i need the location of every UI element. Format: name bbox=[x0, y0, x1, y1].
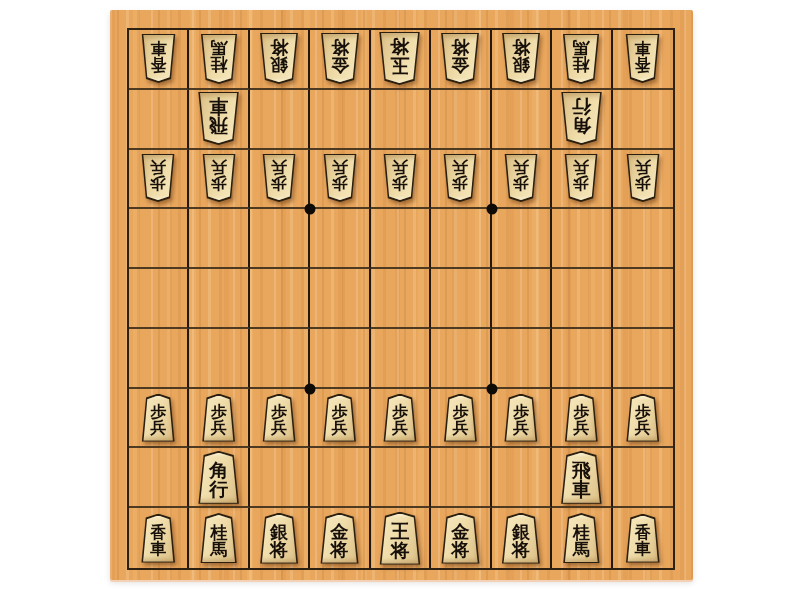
shogi-board: 香車桂馬銀将金将玉将金将銀将桂馬香車飛車角行歩兵歩兵歩兵歩兵歩兵歩兵歩兵歩兵歩兵… bbox=[110, 10, 693, 580]
piece-sente-gold[interactable]: 金将 bbox=[438, 513, 482, 564]
board-cell[interactable] bbox=[129, 269, 189, 329]
piece-sente-pawn[interactable]: 歩兵 bbox=[200, 394, 238, 442]
board-cell[interactable]: 飛車 bbox=[552, 448, 612, 508]
koma-kanji: 飛車 bbox=[558, 451, 605, 504]
board-cell[interactable] bbox=[552, 269, 612, 329]
koma-shape: 銀将 bbox=[499, 33, 543, 84]
piece-sente-pawn[interactable]: 歩兵 bbox=[260, 394, 298, 442]
koma-kanji: 玉将 bbox=[376, 32, 423, 85]
board-cell[interactable] bbox=[613, 329, 673, 389]
board-cell[interactable]: 歩兵 bbox=[250, 150, 310, 210]
piece-gote-pawn[interactable]: 歩兵 bbox=[381, 154, 419, 202]
koma-shape: 金将 bbox=[438, 513, 482, 564]
board-cell[interactable] bbox=[552, 329, 612, 389]
board-cell[interactable] bbox=[492, 90, 552, 150]
piece-gote-pawn[interactable]: 歩兵 bbox=[502, 154, 540, 202]
koma-kanji: 金将 bbox=[318, 33, 362, 84]
koma-shape: 飛車 bbox=[558, 451, 605, 504]
board-cell[interactable]: 金将 bbox=[310, 30, 370, 90]
board-cell[interactable]: 歩兵 bbox=[310, 389, 370, 449]
board-cell[interactable]: 角行 bbox=[189, 448, 249, 508]
board-cell[interactable]: 歩兵 bbox=[189, 389, 249, 449]
board-cell[interactable]: 歩兵 bbox=[189, 150, 249, 210]
koma-kanji: 銀将 bbox=[499, 33, 543, 84]
piece-sente-pawn[interactable]: 歩兵 bbox=[381, 394, 419, 442]
piece-sente-lance[interactable]: 香車 bbox=[139, 514, 178, 563]
page-background: 香車桂馬銀将金将玉将金将銀将桂馬香車飛車角行歩兵歩兵歩兵歩兵歩兵歩兵歩兵歩兵歩兵… bbox=[0, 0, 800, 600]
piece-gote-bishop[interactable]: 角行 bbox=[558, 92, 605, 145]
board-cell[interactable]: 桂馬 bbox=[552, 30, 612, 90]
board-cell[interactable]: 飛車 bbox=[189, 90, 249, 150]
piece-sente-pawn[interactable]: 歩兵 bbox=[562, 394, 600, 442]
board-cell[interactable] bbox=[492, 269, 552, 329]
board-cell[interactable]: 王将 bbox=[371, 508, 431, 568]
board-cell[interactable]: 歩兵 bbox=[250, 389, 310, 449]
piece-sente-knight[interactable]: 桂馬 bbox=[198, 513, 240, 563]
star-point bbox=[486, 204, 497, 215]
board-cell[interactable] bbox=[310, 448, 370, 508]
koma-shape: 歩兵 bbox=[260, 154, 298, 202]
board-cell[interactable] bbox=[189, 269, 249, 329]
board-cell[interactable] bbox=[189, 329, 249, 389]
piece-sente-pawn[interactable]: 歩兵 bbox=[502, 394, 540, 442]
board-cell[interactable] bbox=[129, 448, 189, 508]
koma-kanji: 歩兵 bbox=[260, 154, 298, 202]
piece-sente-knight[interactable]: 桂馬 bbox=[560, 513, 602, 563]
piece-gote-pawn[interactable]: 歩兵 bbox=[200, 154, 238, 202]
koma-shape: 桂馬 bbox=[198, 513, 240, 563]
board-cell[interactable]: 銀将 bbox=[492, 30, 552, 90]
koma-shape: 香車 bbox=[623, 514, 662, 563]
board-cell[interactable] bbox=[371, 269, 431, 329]
piece-gote-knight[interactable]: 桂馬 bbox=[198, 34, 240, 84]
board-cell[interactable]: 銀将 bbox=[492, 508, 552, 568]
board-grid: 香車桂馬銀将金将玉将金将銀将桂馬香車飛車角行歩兵歩兵歩兵歩兵歩兵歩兵歩兵歩兵歩兵… bbox=[127, 28, 675, 570]
board-cell[interactable] bbox=[310, 209, 370, 269]
koma-shape: 歩兵 bbox=[441, 154, 479, 202]
board-cell[interactable] bbox=[250, 269, 310, 329]
board-cell[interactable]: 歩兵 bbox=[492, 389, 552, 449]
star-point bbox=[486, 383, 497, 394]
board-cell[interactable]: 歩兵 bbox=[129, 389, 189, 449]
koma-kanji: 香車 bbox=[623, 34, 662, 83]
piece-gote-pawn[interactable]: 歩兵 bbox=[441, 154, 479, 202]
board-cell[interactable] bbox=[431, 329, 491, 389]
koma-shape: 歩兵 bbox=[260, 394, 298, 442]
board-cell[interactable]: 歩兵 bbox=[431, 389, 491, 449]
koma-kanji: 歩兵 bbox=[562, 394, 600, 442]
board-cell[interactable]: 銀将 bbox=[250, 30, 310, 90]
board-cell[interactable] bbox=[371, 329, 431, 389]
board-cell[interactable] bbox=[492, 329, 552, 389]
koma-shape: 歩兵 bbox=[200, 394, 238, 442]
piece-sente-rook[interactable]: 飛車 bbox=[558, 451, 605, 504]
koma-shape: 銀将 bbox=[257, 513, 301, 564]
star-point bbox=[305, 204, 316, 215]
board-cell[interactable]: 桂馬 bbox=[189, 508, 249, 568]
koma-kanji: 金将 bbox=[318, 513, 362, 564]
koma-kanji: 歩兵 bbox=[321, 394, 359, 442]
koma-shape: 桂馬 bbox=[560, 34, 602, 84]
koma-kanji: 歩兵 bbox=[562, 154, 600, 202]
board-cell[interactable] bbox=[250, 329, 310, 389]
koma-kanji: 銀将 bbox=[499, 513, 543, 564]
koma-shape: 銀将 bbox=[257, 33, 301, 84]
koma-shape: 王将 bbox=[376, 512, 423, 565]
board-cell[interactable]: 歩兵 bbox=[552, 389, 612, 449]
koma-kanji: 歩兵 bbox=[321, 154, 359, 202]
board-cell[interactable] bbox=[250, 448, 310, 508]
board-cell[interactable]: 金将 bbox=[310, 508, 370, 568]
board-cell[interactable] bbox=[371, 209, 431, 269]
board-cell[interactable] bbox=[431, 90, 491, 150]
board-cell[interactable]: 香車 bbox=[613, 508, 673, 568]
koma-kanji: 飛車 bbox=[195, 92, 242, 145]
koma-kanji: 金将 bbox=[438, 513, 482, 564]
koma-shape: 歩兵 bbox=[502, 394, 540, 442]
board-cell[interactable] bbox=[431, 269, 491, 329]
piece-sente-pawn[interactable]: 歩兵 bbox=[441, 394, 479, 442]
board-cell[interactable] bbox=[310, 269, 370, 329]
piece-sente-gold[interactable]: 金将 bbox=[318, 513, 362, 564]
board-cell[interactable] bbox=[250, 90, 310, 150]
koma-kanji: 歩兵 bbox=[200, 154, 238, 202]
koma-kanji: 歩兵 bbox=[381, 154, 419, 202]
board-cell[interactable] bbox=[250, 209, 310, 269]
board-cell[interactable]: 香車 bbox=[129, 508, 189, 568]
board-cell[interactable]: 金将 bbox=[431, 508, 491, 568]
koma-shape: 歩兵 bbox=[624, 394, 662, 442]
piece-sente-pawn[interactable]: 歩兵 bbox=[321, 394, 359, 442]
board-cell[interactable]: 歩兵 bbox=[371, 150, 431, 210]
piece-gote-pawn[interactable]: 歩兵 bbox=[624, 154, 662, 202]
piece-sente-king[interactable]: 王将 bbox=[376, 512, 423, 565]
koma-shape: 歩兵 bbox=[139, 394, 177, 442]
koma-kanji: 歩兵 bbox=[441, 154, 479, 202]
board-cell[interactable] bbox=[371, 90, 431, 150]
koma-kanji: 歩兵 bbox=[260, 394, 298, 442]
board-cell[interactable] bbox=[129, 90, 189, 150]
koma-kanji: 歩兵 bbox=[441, 394, 479, 442]
piece-gote-silver[interactable]: 銀将 bbox=[499, 33, 543, 84]
koma-shape: 歩兵 bbox=[321, 394, 359, 442]
koma-shape: 歩兵 bbox=[381, 154, 419, 202]
board-cell[interactable]: 玉将 bbox=[371, 30, 431, 90]
koma-shape: 銀将 bbox=[499, 513, 543, 564]
piece-sente-pawn[interactable]: 歩兵 bbox=[139, 394, 177, 442]
board-cell[interactable] bbox=[310, 90, 370, 150]
piece-gote-lance[interactable]: 香車 bbox=[139, 34, 178, 83]
koma-shape: 歩兵 bbox=[321, 154, 359, 202]
koma-shape: 飛車 bbox=[195, 92, 242, 145]
board-cell[interactable]: 歩兵 bbox=[492, 150, 552, 210]
board-cell[interactable] bbox=[371, 448, 431, 508]
koma-shape: 歩兵 bbox=[562, 394, 600, 442]
board-cell[interactable] bbox=[310, 329, 370, 389]
piece-sente-lance[interactable]: 香車 bbox=[623, 514, 662, 563]
board-cell[interactable] bbox=[492, 448, 552, 508]
koma-shape: 角行 bbox=[558, 92, 605, 145]
koma-shape: 角行 bbox=[195, 451, 242, 504]
koma-shape: 歩兵 bbox=[624, 154, 662, 202]
koma-shape: 歩兵 bbox=[381, 394, 419, 442]
koma-kanji: 歩兵 bbox=[624, 154, 662, 202]
koma-kanji: 歩兵 bbox=[381, 394, 419, 442]
koma-shape: 香車 bbox=[139, 34, 178, 83]
board-cell[interactable] bbox=[431, 209, 491, 269]
piece-gote-silver[interactable]: 銀将 bbox=[257, 33, 301, 84]
koma-kanji: 桂馬 bbox=[198, 34, 240, 84]
board-cell[interactable] bbox=[129, 329, 189, 389]
koma-shape: 金将 bbox=[318, 33, 362, 84]
koma-kanji: 桂馬 bbox=[560, 513, 602, 563]
koma-kanji: 銀将 bbox=[257, 33, 301, 84]
board-cell[interactable]: 歩兵 bbox=[310, 150, 370, 210]
koma-shape: 歩兵 bbox=[441, 394, 479, 442]
koma-shape: 香車 bbox=[623, 34, 662, 83]
koma-kanji: 歩兵 bbox=[624, 394, 662, 442]
koma-kanji: 香車 bbox=[139, 34, 178, 83]
koma-kanji: 角行 bbox=[195, 451, 242, 504]
koma-kanji: 王将 bbox=[376, 512, 423, 565]
koma-shape: 桂馬 bbox=[560, 513, 602, 563]
board-cell[interactable]: 銀将 bbox=[250, 508, 310, 568]
board-cell[interactable] bbox=[189, 209, 249, 269]
piece-gote-gold[interactable]: 金将 bbox=[318, 33, 362, 84]
board-cell[interactable]: 金将 bbox=[431, 30, 491, 90]
piece-gote-gold[interactable]: 金将 bbox=[438, 33, 482, 84]
koma-shape: 歩兵 bbox=[139, 154, 177, 202]
koma-kanji: 歩兵 bbox=[139, 154, 177, 202]
board-cell[interactable]: 歩兵 bbox=[552, 150, 612, 210]
koma-shape: 玉将 bbox=[376, 32, 423, 85]
board-cell[interactable] bbox=[613, 90, 673, 150]
koma-shape: 歩兵 bbox=[200, 154, 238, 202]
koma-kanji: 香車 bbox=[623, 514, 662, 563]
board-cell[interactable]: 歩兵 bbox=[613, 389, 673, 449]
koma-shape: 金将 bbox=[438, 33, 482, 84]
koma-kanji: 歩兵 bbox=[502, 394, 540, 442]
koma-kanji: 金将 bbox=[438, 33, 482, 84]
koma-kanji: 香車 bbox=[139, 514, 178, 563]
koma-kanji: 銀将 bbox=[257, 513, 301, 564]
board-cell[interactable] bbox=[613, 209, 673, 269]
koma-shape: 歩兵 bbox=[562, 154, 600, 202]
piece-gote-pawn[interactable]: 歩兵 bbox=[260, 154, 298, 202]
koma-kanji: 角行 bbox=[558, 92, 605, 145]
board-cell[interactable] bbox=[552, 209, 612, 269]
board-cell[interactable]: 角行 bbox=[552, 90, 612, 150]
board-cell[interactable]: 桂馬 bbox=[189, 30, 249, 90]
koma-shape: 金将 bbox=[318, 513, 362, 564]
board-cell[interactable] bbox=[431, 448, 491, 508]
board-cell[interactable]: 桂馬 bbox=[552, 508, 612, 568]
board-cell[interactable] bbox=[613, 448, 673, 508]
board-cell[interactable]: 歩兵 bbox=[431, 150, 491, 210]
board-cell[interactable] bbox=[492, 209, 552, 269]
piece-gote-lance[interactable]: 香車 bbox=[623, 34, 662, 83]
board-cell[interactable] bbox=[129, 209, 189, 269]
koma-shape: 桂馬 bbox=[198, 34, 240, 84]
koma-kanji: 桂馬 bbox=[560, 34, 602, 84]
piece-gote-rook[interactable]: 飛車 bbox=[195, 92, 242, 145]
piece-gote-pawn[interactable]: 歩兵 bbox=[562, 154, 600, 202]
koma-shape: 香車 bbox=[139, 514, 178, 563]
piece-gote-king[interactable]: 玉将 bbox=[376, 32, 423, 85]
koma-shape: 歩兵 bbox=[502, 154, 540, 202]
koma-kanji: 桂馬 bbox=[198, 513, 240, 563]
piece-sente-bishop[interactable]: 角行 bbox=[195, 451, 242, 504]
board-cell[interactable]: 香車 bbox=[129, 30, 189, 90]
koma-kanji: 歩兵 bbox=[200, 394, 238, 442]
board-cell[interactable]: 歩兵 bbox=[129, 150, 189, 210]
piece-sente-pawn[interactable]: 歩兵 bbox=[624, 394, 662, 442]
piece-gote-knight[interactable]: 桂馬 bbox=[560, 34, 602, 84]
star-point bbox=[305, 383, 316, 394]
koma-kanji: 歩兵 bbox=[502, 154, 540, 202]
piece-gote-pawn[interactable]: 歩兵 bbox=[321, 154, 359, 202]
piece-sente-silver[interactable]: 銀将 bbox=[257, 513, 301, 564]
koma-kanji: 歩兵 bbox=[139, 394, 177, 442]
board-cell[interactable] bbox=[613, 269, 673, 329]
board-cell[interactable]: 歩兵 bbox=[613, 150, 673, 210]
board-cell[interactable]: 歩兵 bbox=[371, 389, 431, 449]
piece-gote-pawn[interactable]: 歩兵 bbox=[139, 154, 177, 202]
piece-sente-silver[interactable]: 銀将 bbox=[499, 513, 543, 564]
board-cell[interactable]: 香車 bbox=[613, 30, 673, 90]
